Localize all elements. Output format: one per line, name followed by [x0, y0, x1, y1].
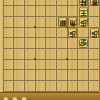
grid-vline [67, 0, 68, 91]
star-point [34, 58, 36, 60]
shogi-piece-3-4[interactable]: 歩 [68, 28, 77, 38]
shogi-piece-1-4[interactable]: 歩 [90, 28, 99, 38]
grid-hline [3, 59, 99, 60]
grid-vline [13, 0, 14, 91]
grid-vline [35, 0, 36, 91]
shogi-piece-2-5[interactable]: 歩 [79, 39, 88, 49]
grid-vline [56, 0, 57, 91]
shogi-app-screenshot: 香桂王銀角歩歩歩歩 [0, 0, 100, 100]
star-point [66, 58, 68, 60]
shogi-piece-3-3[interactable]: 角 [68, 17, 77, 27]
grid-hline [3, 69, 99, 70]
shogi-piece-2-3[interactable]: 歩 [79, 17, 88, 27]
grid-vline [88, 0, 89, 91]
grid-hline [3, 27, 99, 28]
grid-hline [3, 48, 99, 49]
hand-piece[interactable] [12, 96, 17, 100]
grid-vline [45, 0, 46, 91]
grid-vline [3, 0, 4, 91]
star-point [34, 26, 36, 28]
bottom-hand-tray [0, 92, 100, 100]
grid-vline [24, 0, 25, 91]
grid-vline [99, 0, 100, 91]
hand-piece[interactable] [3, 96, 8, 100]
hand-piece[interactable] [21, 96, 26, 100]
shogi-piece-2-2[interactable]: 王 [79, 7, 88, 17]
shogi-piece-2-1[interactable]: 桂 [79, 0, 88, 6]
shogi-piece-1-1[interactable]: 香 [90, 0, 99, 6]
shogi-piece-4-3[interactable]: 銀 [58, 17, 67, 27]
grid-hline [3, 80, 99, 81]
